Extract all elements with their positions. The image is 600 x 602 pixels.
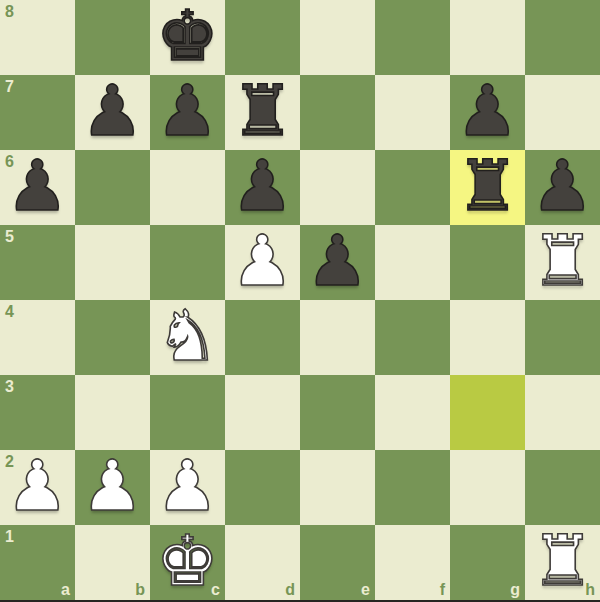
file-label-e: e: [361, 582, 370, 598]
square-e2[interactable]: [300, 450, 375, 525]
square-h1[interactable]: h♜: [525, 525, 600, 600]
piece-black-pawn[interactable]: ♟: [456, 76, 519, 146]
square-a4[interactable]: 4: [0, 300, 75, 375]
square-g3[interactable]: [450, 375, 525, 450]
square-h6[interactable]: ♟: [525, 150, 600, 225]
square-c6[interactable]: [150, 150, 225, 225]
square-d6[interactable]: ♟: [225, 150, 300, 225]
square-f7[interactable]: [375, 75, 450, 150]
rank-label-5: 5: [5, 229, 14, 245]
square-e1[interactable]: e: [300, 525, 375, 600]
square-a6[interactable]: 6♟: [0, 150, 75, 225]
square-e4[interactable]: [300, 300, 375, 375]
square-h4[interactable]: [525, 300, 600, 375]
square-e7[interactable]: [300, 75, 375, 150]
square-b3[interactable]: [75, 375, 150, 450]
square-c2[interactable]: ♟: [150, 450, 225, 525]
square-h5[interactable]: ♜: [525, 225, 600, 300]
square-c4[interactable]: ♞: [150, 300, 225, 375]
piece-white-pawn[interactable]: ♟: [6, 451, 69, 521]
square-d1[interactable]: d: [225, 525, 300, 600]
square-c3[interactable]: [150, 375, 225, 450]
square-b2[interactable]: ♟: [75, 450, 150, 525]
square-f1[interactable]: f: [375, 525, 450, 600]
piece-black-king[interactable]: ♚: [156, 1, 219, 71]
rank-label-1: 1: [5, 529, 14, 545]
square-a1[interactable]: 1a: [0, 525, 75, 600]
square-b1[interactable]: b: [75, 525, 150, 600]
file-label-g: g: [510, 582, 520, 598]
piece-black-rook[interactable]: ♜: [456, 151, 519, 221]
rank-label-8: 8: [5, 4, 14, 20]
square-h3[interactable]: [525, 375, 600, 450]
square-c8[interactable]: ♚: [150, 0, 225, 75]
square-g2[interactable]: [450, 450, 525, 525]
square-b8[interactable]: [75, 0, 150, 75]
square-d5[interactable]: ♟: [225, 225, 300, 300]
file-label-b: b: [135, 582, 145, 598]
square-a2[interactable]: 2♟: [0, 450, 75, 525]
square-f8[interactable]: [375, 0, 450, 75]
square-e6[interactable]: [300, 150, 375, 225]
piece-black-pawn[interactable]: ♟: [231, 151, 294, 221]
square-f6[interactable]: [375, 150, 450, 225]
square-f5[interactable]: [375, 225, 450, 300]
square-h8[interactable]: [525, 0, 600, 75]
piece-black-pawn[interactable]: ♟: [306, 226, 369, 296]
rank-label-4: 4: [5, 304, 14, 320]
square-a3[interactable]: 3: [0, 375, 75, 450]
piece-black-rook[interactable]: ♜: [231, 76, 294, 146]
square-b5[interactable]: [75, 225, 150, 300]
square-f4[interactable]: [375, 300, 450, 375]
piece-white-king[interactable]: ♚: [156, 526, 219, 596]
rank-label-3: 3: [5, 379, 14, 395]
square-h7[interactable]: [525, 75, 600, 150]
piece-white-pawn[interactable]: ♟: [81, 451, 144, 521]
piece-black-pawn[interactable]: ♟: [6, 151, 69, 221]
square-d3[interactable]: [225, 375, 300, 450]
square-a5[interactable]: 5: [0, 225, 75, 300]
square-e5[interactable]: ♟: [300, 225, 375, 300]
piece-black-pawn[interactable]: ♟: [531, 151, 594, 221]
square-g1[interactable]: g: [450, 525, 525, 600]
square-g5[interactable]: [450, 225, 525, 300]
piece-white-knight[interactable]: ♞: [156, 301, 219, 371]
square-c7[interactable]: ♟: [150, 75, 225, 150]
square-a7[interactable]: 7: [0, 75, 75, 150]
square-d4[interactable]: [225, 300, 300, 375]
piece-black-pawn[interactable]: ♟: [81, 76, 144, 146]
square-d7[interactable]: ♜: [225, 75, 300, 150]
file-label-a: a: [61, 582, 70, 598]
file-label-f: f: [440, 582, 445, 598]
piece-white-pawn[interactable]: ♟: [231, 226, 294, 296]
square-c1[interactable]: c♚: [150, 525, 225, 600]
square-b7[interactable]: ♟: [75, 75, 150, 150]
square-g8[interactable]: [450, 0, 525, 75]
square-g7[interactable]: ♟: [450, 75, 525, 150]
square-b6[interactable]: [75, 150, 150, 225]
file-label-d: d: [285, 582, 295, 598]
square-d8[interactable]: [225, 0, 300, 75]
piece-black-pawn[interactable]: ♟: [156, 76, 219, 146]
piece-white-rook[interactable]: ♜: [531, 526, 594, 596]
square-f3[interactable]: [375, 375, 450, 450]
square-c5[interactable]: [150, 225, 225, 300]
square-b4[interactable]: [75, 300, 150, 375]
square-g4[interactable]: [450, 300, 525, 375]
square-e3[interactable]: [300, 375, 375, 450]
square-a8[interactable]: 8: [0, 0, 75, 75]
square-f2[interactable]: [375, 450, 450, 525]
chess-board: 8♚7♟♟♜♟6♟♟♜♟5♟♟♜4♞32♟♟♟1abc♚defgh♜: [0, 0, 600, 600]
square-g6[interactable]: ♜: [450, 150, 525, 225]
piece-white-pawn[interactable]: ♟: [156, 451, 219, 521]
square-e8[interactable]: [300, 0, 375, 75]
square-h2[interactable]: [525, 450, 600, 525]
piece-white-rook[interactable]: ♜: [531, 226, 594, 296]
square-d2[interactable]: [225, 450, 300, 525]
rank-label-7: 7: [5, 79, 14, 95]
